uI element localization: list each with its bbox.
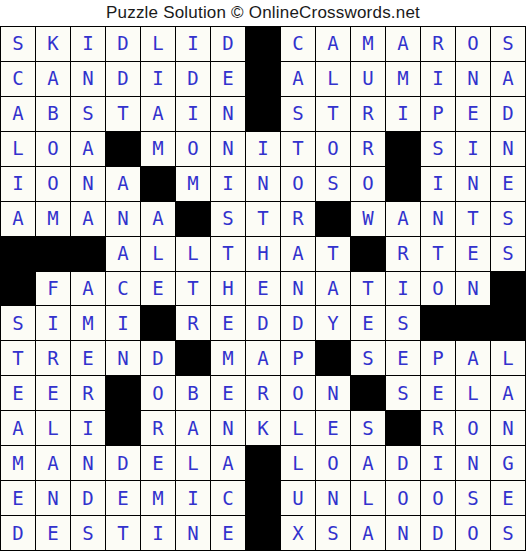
cell: E [456, 97, 490, 131]
cell: R [71, 376, 105, 410]
cell: M [36, 202, 70, 236]
cell: E [351, 306, 385, 340]
cell: U [281, 481, 315, 515]
cell: T [106, 516, 140, 550]
black-cell [316, 341, 350, 375]
cell: N [491, 411, 525, 445]
cell: E [421, 376, 455, 410]
cell: L [176, 446, 210, 480]
black-cell [106, 376, 140, 410]
cell: H [211, 272, 245, 306]
black-cell [1, 237, 35, 271]
cell: N [456, 167, 490, 201]
cell: O [281, 167, 315, 201]
cell: D [106, 62, 140, 96]
black-cell [71, 237, 105, 271]
cell: S [211, 202, 245, 236]
cell: A [211, 446, 245, 480]
cell: R [36, 341, 70, 375]
cell: S [71, 516, 105, 550]
cell: L [456, 376, 490, 410]
cell: I [386, 97, 420, 131]
cell: O [456, 27, 490, 61]
cell: C [106, 272, 140, 306]
cell: I [1, 167, 35, 201]
black-cell [246, 97, 280, 131]
cell: Y [316, 306, 350, 340]
black-cell [1, 272, 35, 306]
cell: C [281, 27, 315, 61]
cell: D [106, 27, 140, 61]
cell: I [71, 27, 105, 61]
cell: E [211, 62, 245, 96]
cell: C [211, 481, 245, 515]
cell: N [316, 481, 350, 515]
black-cell [351, 376, 385, 410]
cell: A [106, 167, 140, 201]
cell: D [141, 341, 175, 375]
cell: S [351, 341, 385, 375]
cell: I [456, 132, 490, 166]
black-cell [141, 167, 175, 201]
cell: A [351, 446, 385, 480]
cell: T [281, 132, 315, 166]
black-cell [246, 481, 280, 515]
cell: T [456, 202, 490, 236]
cell: N [491, 132, 525, 166]
black-cell [316, 202, 350, 236]
cell: L [141, 27, 175, 61]
cell: E [491, 167, 525, 201]
cell: D [211, 27, 245, 61]
cell: S [351, 411, 385, 445]
cell: N [386, 516, 420, 550]
cell: X [281, 516, 315, 550]
cell: R [141, 411, 175, 445]
cell: D [246, 306, 280, 340]
cell: E [71, 341, 105, 375]
black-cell [246, 62, 280, 96]
cell: S [316, 167, 350, 201]
cell: I [176, 27, 210, 61]
black-cell [176, 202, 210, 236]
cell: A [281, 237, 315, 271]
cell: R [351, 132, 385, 166]
cell: N [246, 167, 280, 201]
cell: S [491, 27, 525, 61]
cell: D [491, 97, 525, 131]
cell: I [246, 132, 280, 166]
cell: E [36, 376, 70, 410]
cell: I [421, 62, 455, 96]
cell: N [106, 341, 140, 375]
cell: D [176, 62, 210, 96]
cell: D [421, 516, 455, 550]
cell: M [176, 167, 210, 201]
cell: L [281, 446, 315, 480]
cell: I [141, 516, 175, 550]
cell: A [36, 446, 70, 480]
cell: D [106, 446, 140, 480]
cell: N [456, 272, 490, 306]
cell: A [1, 202, 35, 236]
cell: A [71, 272, 105, 306]
black-cell [246, 27, 280, 61]
cell: E [1, 376, 35, 410]
cell: I [386, 272, 420, 306]
cell: G [491, 446, 525, 480]
black-cell [106, 132, 140, 166]
cell: A [246, 341, 280, 375]
cell: A [176, 411, 210, 445]
cell: O [316, 132, 350, 166]
cell: N [71, 167, 105, 201]
cell: O [281, 376, 315, 410]
cell: M [351, 27, 385, 61]
cell: A [456, 341, 490, 375]
cell: E [141, 446, 175, 480]
cell: L [316, 62, 350, 96]
cell: S [71, 97, 105, 131]
cell: A [316, 27, 350, 61]
cell: A [71, 132, 105, 166]
cell: E [211, 516, 245, 550]
black-cell [386, 132, 420, 166]
cell: M [1, 446, 35, 480]
cell: S [316, 516, 350, 550]
cell: P [421, 341, 455, 375]
cell: R [176, 306, 210, 340]
cell: N [421, 202, 455, 236]
cell: S [1, 306, 35, 340]
cell: T [246, 202, 280, 236]
cell: E [386, 341, 420, 375]
cell: B [36, 97, 70, 131]
black-cell [351, 237, 385, 271]
cell: O [386, 481, 420, 515]
cell: E [211, 376, 245, 410]
cell: O [421, 272, 455, 306]
cell: E [36, 516, 70, 550]
cell: E [1, 481, 35, 515]
cell: D [71, 481, 105, 515]
cell: I [421, 446, 455, 480]
cell: S [491, 202, 525, 236]
cell: A [316, 272, 350, 306]
black-cell [386, 411, 420, 445]
cell: N [36, 481, 70, 515]
cell: I [71, 411, 105, 445]
cell: L [176, 237, 210, 271]
cell: T [421, 237, 455, 271]
black-cell [246, 446, 280, 480]
cell: D [281, 306, 315, 340]
cell: I [106, 306, 140, 340]
cell: W [351, 202, 385, 236]
cell: E [106, 481, 140, 515]
cell: O [176, 132, 210, 166]
cell: E [246, 272, 280, 306]
cell: U [351, 62, 385, 96]
cell: I [36, 306, 70, 340]
cell: A [141, 97, 175, 131]
cell: R [421, 27, 455, 61]
cell: A [141, 202, 175, 236]
cell: K [36, 27, 70, 61]
black-cell [491, 306, 525, 340]
page-title: Puzzle Solution © OnlineCrosswords.net [0, 0, 526, 26]
cell: O [36, 132, 70, 166]
cell: N [316, 376, 350, 410]
black-cell [36, 237, 70, 271]
cell: S [491, 516, 525, 550]
cell: E [211, 306, 245, 340]
cell: L [351, 481, 385, 515]
cell: A [106, 237, 140, 271]
cell: S [386, 376, 420, 410]
cell: T [351, 272, 385, 306]
black-cell [421, 306, 455, 340]
cell: L [1, 132, 35, 166]
cell: M [211, 341, 245, 375]
cell: C [1, 62, 35, 96]
cell: N [211, 411, 245, 445]
cell: O [421, 481, 455, 515]
cell: A [1, 411, 35, 445]
cell: L [281, 411, 315, 445]
cell: S [421, 132, 455, 166]
cell: T [316, 237, 350, 271]
cell: M [386, 62, 420, 96]
cell: N [211, 132, 245, 166]
cell: A [1, 97, 35, 131]
cell: A [281, 62, 315, 96]
cell: N [281, 272, 315, 306]
cell: N [106, 202, 140, 236]
cell: F [36, 272, 70, 306]
black-cell [141, 306, 175, 340]
black-cell [456, 306, 490, 340]
cell: O [141, 376, 175, 410]
cell: A [491, 62, 525, 96]
cell: H [246, 237, 280, 271]
cell: E [316, 411, 350, 445]
cell: S [456, 481, 490, 515]
cell: T [176, 272, 210, 306]
cell: T [1, 341, 35, 375]
cell: R [246, 376, 280, 410]
cell: S [281, 97, 315, 131]
cell: D [1, 516, 35, 550]
black-cell [106, 411, 140, 445]
cell: E [141, 272, 175, 306]
cell: T [211, 237, 245, 271]
cell: K [246, 411, 280, 445]
cell: E [456, 237, 490, 271]
cell: I [176, 97, 210, 131]
cell: R [351, 97, 385, 131]
crossword-grid: SKIDLIDCAMAROSCANDIDEALUMINAABSTAINSTRIP… [0, 26, 526, 551]
cell: O [36, 167, 70, 201]
black-cell [246, 516, 280, 550]
cell: I [211, 167, 245, 201]
cell: B [176, 376, 210, 410]
cell: A [351, 516, 385, 550]
cell: I [421, 167, 455, 201]
cell: D [386, 446, 420, 480]
black-cell [176, 341, 210, 375]
cell: N [71, 62, 105, 96]
cell: M [141, 481, 175, 515]
cell: T [316, 97, 350, 131]
cell: N [456, 62, 490, 96]
cell: L [491, 341, 525, 375]
cell: N [211, 97, 245, 131]
cell: O [456, 411, 490, 445]
cell: P [421, 97, 455, 131]
cell: S [386, 306, 420, 340]
cell: O [456, 516, 490, 550]
cell: R [386, 237, 420, 271]
black-cell [491, 272, 525, 306]
cell: A [36, 62, 70, 96]
cell: N [456, 446, 490, 480]
cell: R [281, 202, 315, 236]
cell: S [1, 27, 35, 61]
cell: A [386, 27, 420, 61]
cell: L [141, 237, 175, 271]
cell: N [176, 516, 210, 550]
cell: L [36, 411, 70, 445]
black-cell [386, 167, 420, 201]
cell: N [71, 446, 105, 480]
cell: M [141, 132, 175, 166]
cell: O [316, 446, 350, 480]
cell: P [281, 341, 315, 375]
cell: O [351, 167, 385, 201]
cell: A [491, 376, 525, 410]
cell: A [386, 202, 420, 236]
cell: T [106, 97, 140, 131]
cell: I [141, 62, 175, 96]
cell: S [491, 237, 525, 271]
cell: A [71, 202, 105, 236]
cell: M [71, 306, 105, 340]
cell: E [491, 481, 525, 515]
cell: R [421, 411, 455, 445]
cell: I [176, 481, 210, 515]
